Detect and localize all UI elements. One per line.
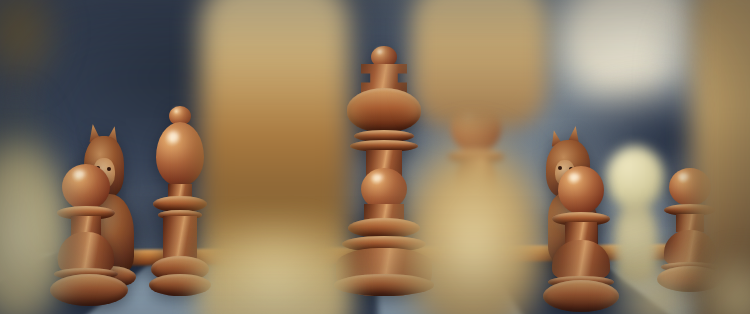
dark-pawn-left-piece xyxy=(50,162,132,308)
dark-pawn-far-right-piece xyxy=(654,168,726,296)
dark-bishop-piece xyxy=(148,104,214,296)
pawn-base xyxy=(543,280,619,312)
pawn-head xyxy=(451,100,501,154)
pawn-head xyxy=(62,164,110,210)
photo-stage xyxy=(0,0,750,314)
king-crown-flare xyxy=(347,88,421,132)
pawn-body xyxy=(614,204,658,290)
king-collar xyxy=(348,218,420,238)
pawn-body xyxy=(457,158,495,218)
bishop-base xyxy=(149,274,211,296)
dark-pawn-ghost-piece xyxy=(448,100,504,270)
dark-pawn-center-right-piece xyxy=(542,164,620,314)
dark-king-piece xyxy=(334,46,436,302)
pawn-head xyxy=(669,168,711,206)
pawn-head xyxy=(558,166,604,214)
pawn-base xyxy=(50,274,128,306)
bishop-mitre xyxy=(156,122,204,186)
chessboard-photo xyxy=(0,0,750,314)
bishop-stem xyxy=(163,216,197,260)
pawn-base xyxy=(449,212,503,258)
pawn-base xyxy=(657,266,723,292)
king-foot xyxy=(334,274,434,296)
